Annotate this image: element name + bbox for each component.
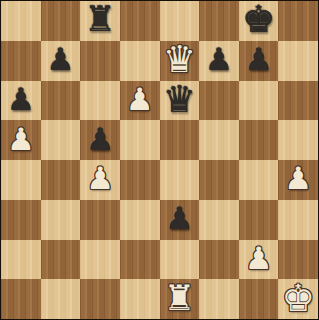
square-a2[interactable]: [1, 240, 41, 280]
square-d7[interactable]: [120, 41, 160, 81]
square-e8[interactable]: [160, 1, 200, 41]
square-g2[interactable]: ♟: [239, 240, 279, 280]
square-c2[interactable]: [80, 240, 120, 280]
square-d1[interactable]: [120, 279, 160, 319]
square-h2[interactable]: [278, 240, 318, 280]
square-h3[interactable]: [278, 200, 318, 240]
square-b4[interactable]: [41, 160, 81, 200]
square-a6[interactable]: ♟: [1, 81, 41, 121]
square-h1[interactable]: ♚: [278, 279, 318, 319]
black-pawn-e3[interactable]: ♟: [165, 203, 193, 234]
white-rook-e1[interactable]: ♜: [164, 281, 195, 316]
square-c6[interactable]: [80, 81, 120, 121]
square-h5[interactable]: [278, 120, 318, 160]
white-queen-e7[interactable]: ♛: [163, 41, 196, 78]
square-g5[interactable]: [239, 120, 279, 160]
square-h6[interactable]: [278, 81, 318, 121]
square-f8[interactable]: [199, 1, 239, 41]
square-c1[interactable]: [80, 279, 120, 319]
white-pawn-g2[interactable]: ♟: [245, 243, 273, 274]
square-e7[interactable]: ♛: [160, 41, 200, 81]
square-d8[interactable]: [120, 1, 160, 41]
square-d5[interactable]: [120, 120, 160, 160]
square-e2[interactable]: [160, 240, 200, 280]
black-rook-c8[interactable]: ♜: [84, 2, 115, 37]
square-d4[interactable]: [120, 160, 160, 200]
square-b5[interactable]: [41, 120, 81, 160]
square-b7[interactable]: ♟: [41, 41, 81, 81]
black-king-g8[interactable]: ♚: [242, 1, 275, 38]
black-pawn-g7[interactable]: ♟: [245, 44, 273, 75]
square-b6[interactable]: [41, 81, 81, 121]
square-g8[interactable]: ♚: [239, 1, 279, 41]
square-h8[interactable]: [278, 1, 318, 41]
black-pawn-a6[interactable]: ♟: [7, 84, 35, 115]
chessboard: ♜♚♟♛♟♟♟♟♛♟♟♟♟♟♟♜♚: [0, 0, 319, 320]
square-c3[interactable]: [80, 200, 120, 240]
white-pawn-c4[interactable]: ♟: [86, 163, 114, 194]
square-d2[interactable]: [120, 240, 160, 280]
square-d3[interactable]: [120, 200, 160, 240]
square-b1[interactable]: [41, 279, 81, 319]
square-e5[interactable]: [160, 120, 200, 160]
square-h4[interactable]: ♟: [278, 160, 318, 200]
square-a5[interactable]: ♟: [1, 120, 41, 160]
square-a8[interactable]: [1, 1, 41, 41]
square-f3[interactable]: [199, 200, 239, 240]
square-b8[interactable]: [41, 1, 81, 41]
square-b3[interactable]: [41, 200, 81, 240]
black-pawn-f7[interactable]: ♟: [205, 44, 233, 75]
black-pawn-b7[interactable]: ♟: [47, 44, 75, 75]
black-pawn-c5[interactable]: ♟: [86, 124, 114, 155]
square-f4[interactable]: [199, 160, 239, 200]
square-f2[interactable]: [199, 240, 239, 280]
square-g6[interactable]: [239, 81, 279, 121]
square-a4[interactable]: [1, 160, 41, 200]
square-g4[interactable]: [239, 160, 279, 200]
square-e6[interactable]: ♛: [160, 81, 200, 121]
square-g7[interactable]: ♟: [239, 41, 279, 81]
square-e4[interactable]: [160, 160, 200, 200]
white-pawn-a5[interactable]: ♟: [7, 124, 35, 155]
white-pawn-h4[interactable]: ♟: [284, 163, 312, 194]
white-king-h1[interactable]: ♚: [282, 280, 315, 317]
chessboard-container: ♜♚♟♛♟♟♟♟♛♟♟♟♟♟♟♜♚: [0, 0, 319, 320]
square-c7[interactable]: [80, 41, 120, 81]
square-e3[interactable]: ♟: [160, 200, 200, 240]
square-e1[interactable]: ♜: [160, 279, 200, 319]
square-d6[interactable]: ♟: [120, 81, 160, 121]
square-a3[interactable]: [1, 200, 41, 240]
black-queen-e6[interactable]: ♛: [163, 81, 196, 118]
square-a1[interactable]: [1, 279, 41, 319]
square-b2[interactable]: [41, 240, 81, 280]
square-c5[interactable]: ♟: [80, 120, 120, 160]
square-g1[interactable]: [239, 279, 279, 319]
square-c4[interactable]: ♟: [80, 160, 120, 200]
square-f1[interactable]: [199, 279, 239, 319]
square-f6[interactable]: [199, 81, 239, 121]
square-g3[interactable]: [239, 200, 279, 240]
white-pawn-d6[interactable]: ♟: [126, 84, 154, 115]
square-f7[interactable]: ♟: [199, 41, 239, 81]
square-a7[interactable]: [1, 41, 41, 81]
square-h7[interactable]: [278, 41, 318, 81]
square-c8[interactable]: ♜: [80, 1, 120, 41]
square-f5[interactable]: [199, 120, 239, 160]
